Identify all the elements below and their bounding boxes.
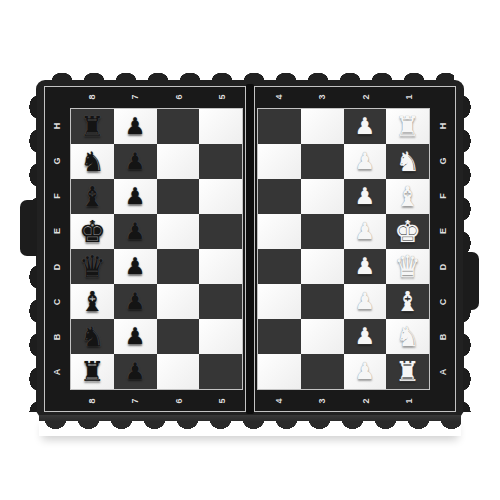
square-g5[interactable]: [199, 144, 242, 179]
square-h2[interactable]: ♟: [344, 109, 387, 144]
square-b3[interactable]: [301, 319, 344, 354]
square-c3[interactable]: [301, 284, 344, 319]
square-e4[interactable]: [258, 214, 301, 249]
piece-white-pawn[interactable]: ♟: [355, 185, 376, 208]
file-label-d: D: [52, 263, 62, 270]
file-label-e: E: [438, 228, 448, 234]
square-a5[interactable]: [199, 354, 242, 389]
rank-labels-bottom-left: 8765: [70, 391, 243, 411]
file-label-h: H: [52, 122, 62, 129]
square-h7[interactable]: ♟: [114, 109, 157, 144]
file-label-a: A: [438, 369, 448, 376]
square-g8[interactable]: ♞: [71, 144, 114, 179]
file-label-b: B: [438, 334, 448, 341]
file-label-h: H: [438, 122, 448, 129]
file-label-d: D: [438, 263, 448, 270]
product-photo-background: { "game": "chess", "product": "folding m…: [0, 0, 500, 500]
square-f2[interactable]: ♟: [344, 179, 387, 214]
square-b6[interactable]: [157, 319, 200, 354]
square-g3[interactable]: [301, 144, 344, 179]
file-label-g: G: [52, 157, 62, 164]
square-d4[interactable]: [258, 249, 301, 284]
piece-black-knight[interactable]: ♞: [80, 323, 104, 350]
square-g4[interactable]: [258, 144, 301, 179]
rank-label-2: 2: [360, 94, 370, 99]
rank-labels-top-left: 8765: [70, 87, 243, 107]
square-h4[interactable]: [258, 109, 301, 144]
square-e1[interactable]: ♚: [386, 214, 429, 249]
square-a3[interactable]: [301, 354, 344, 389]
piece-white-pawn[interactable]: ♟: [355, 325, 376, 348]
piece-black-pawn[interactable]: ♟: [125, 290, 146, 313]
piece-white-king[interactable]: ♚: [394, 217, 421, 247]
piece-white-pawn[interactable]: ♟: [355, 115, 376, 138]
piece-black-king[interactable]: ♚: [79, 217, 106, 247]
piece-white-pawn[interactable]: ♟: [355, 150, 376, 173]
rank-label-8: 8: [87, 398, 97, 403]
file-label-f: F: [52, 193, 62, 199]
rank-label-5: 5: [216, 398, 226, 403]
piece-white-knight[interactable]: ♞: [396, 148, 420, 175]
square-g7[interactable]: ♟: [114, 144, 157, 179]
squares-grid-left: ♜♟♞♟♝♟♚♟♛♟♝♟♞♟♜♟: [70, 108, 243, 390]
square-c6[interactable]: [157, 284, 200, 319]
rank-label-6: 6: [173, 94, 183, 99]
piece-black-pawn[interactable]: ♟: [125, 325, 146, 348]
piece-black-bishop[interactable]: ♝: [80, 288, 104, 315]
file-label-g: G: [438, 157, 448, 164]
square-h8[interactable]: ♜: [71, 109, 114, 144]
piece-black-pawn[interactable]: ♟: [125, 185, 146, 208]
file-label-c: C: [438, 299, 448, 306]
piece-white-pawn[interactable]: ♟: [355, 360, 376, 383]
piece-white-bishop[interactable]: ♝: [396, 288, 420, 315]
piece-white-pawn[interactable]: ♟: [355, 220, 376, 243]
file-labels-right: HGFEDCBA: [431, 108, 455, 390]
rank-label-1: 1: [403, 94, 413, 99]
square-f1[interactable]: ♝: [386, 179, 429, 214]
square-d6[interactable]: [157, 249, 200, 284]
piece-black-knight[interactable]: ♞: [80, 148, 104, 175]
piece-black-pawn[interactable]: ♟: [125, 220, 146, 243]
scalloped-edge-right: [463, 90, 474, 412]
square-e5[interactable]: [199, 214, 242, 249]
square-a6[interactable]: [157, 354, 200, 389]
square-e7[interactable]: ♟: [114, 214, 157, 249]
rank-label-3: 3: [317, 94, 327, 99]
square-d7[interactable]: ♟: [114, 249, 157, 284]
clasp-right: [463, 252, 479, 310]
square-a7[interactable]: ♟: [114, 354, 157, 389]
rank-label-4: 4: [274, 398, 284, 403]
square-f6[interactable]: [157, 179, 200, 214]
piece-black-queen[interactable]: ♛: [79, 252, 106, 282]
square-c2[interactable]: ♟: [344, 284, 387, 319]
piece-white-queen[interactable]: ♛: [394, 252, 421, 282]
rank-label-3: 3: [317, 398, 327, 403]
rank-label-4: 4: [274, 94, 284, 99]
square-e3[interactable]: [301, 214, 344, 249]
square-e2[interactable]: ♟: [344, 214, 387, 249]
square-f5[interactable]: [199, 179, 242, 214]
board-right-half: 4321 HGFEDCBA ♟♜♟♞♟♝♟♚♟♛♟♝♟♞♟♜ 4321: [254, 86, 456, 412]
square-b8[interactable]: ♞: [71, 319, 114, 354]
board-left-half: 8765 HGFEDCBA ♜♟♞♟♝♟♚♟♛♟♝♟♞♟♜♟ 8765: [44, 86, 246, 412]
square-f7[interactable]: ♟: [114, 179, 157, 214]
square-b7[interactable]: ♟: [114, 319, 157, 354]
square-f3[interactable]: [301, 179, 344, 214]
piece-white-knight[interactable]: ♞: [396, 323, 420, 350]
clasp-left: [20, 200, 37, 256]
piece-black-pawn[interactable]: ♟: [125, 150, 146, 173]
square-a4[interactable]: [258, 354, 301, 389]
square-d5[interactable]: [199, 249, 242, 284]
square-c8[interactable]: ♝: [71, 284, 114, 319]
piece-black-rook[interactable]: ♜: [80, 358, 104, 385]
rank-label-6: 6: [173, 398, 183, 403]
piece-black-pawn[interactable]: ♟: [125, 255, 146, 278]
fold-seam: [246, 84, 254, 414]
square-c4[interactable]: [258, 284, 301, 319]
chess-case: 8765 HGFEDCBA ♜♟♞♟♝♟♚♟♛♟♝♟♞♟♜♟ 8765 4321…: [36, 80, 464, 418]
piece-white-bishop[interactable]: ♝: [396, 183, 420, 210]
square-b4[interactable]: [258, 319, 301, 354]
piece-black-pawn[interactable]: ♟: [125, 115, 146, 138]
square-d1[interactable]: ♛: [386, 249, 429, 284]
square-f4[interactable]: [258, 179, 301, 214]
square-a2[interactable]: ♟: [344, 354, 387, 389]
square-a8[interactable]: ♜: [71, 354, 114, 389]
square-c7[interactable]: ♟: [114, 284, 157, 319]
piece-black-rook[interactable]: ♜: [80, 113, 104, 140]
square-h6[interactable]: [157, 109, 200, 144]
file-label-a: A: [52, 369, 62, 376]
piece-white-rook[interactable]: ♜: [396, 358, 420, 385]
square-g6[interactable]: [157, 144, 200, 179]
file-label-b: B: [52, 334, 62, 341]
square-g1[interactable]: ♞: [386, 144, 429, 179]
square-c5[interactable]: [199, 284, 242, 319]
square-d3[interactable]: [301, 249, 344, 284]
file-label-c: C: [52, 299, 62, 306]
square-a1[interactable]: ♜: [386, 354, 429, 389]
square-b2[interactable]: ♟: [344, 319, 387, 354]
square-g2[interactable]: ♟: [344, 144, 387, 179]
piece-white-rook[interactable]: ♜: [396, 113, 420, 140]
square-e6[interactable]: [157, 214, 200, 249]
square-h1[interactable]: ♜: [386, 109, 429, 144]
square-e8[interactable]: ♚: [71, 214, 114, 249]
square-b1[interactable]: ♞: [386, 319, 429, 354]
piece-white-pawn[interactable]: ♟: [355, 290, 376, 313]
case-side-wall: [39, 415, 461, 436]
piece-black-bishop[interactable]: ♝: [80, 183, 104, 210]
square-f8[interactable]: ♝: [71, 179, 114, 214]
rank-label-2: 2: [360, 398, 370, 403]
square-h3[interactable]: [301, 109, 344, 144]
file-label-e: E: [52, 228, 62, 234]
rank-label-1: 1: [403, 398, 413, 403]
rank-labels-top-right: 4321: [257, 87, 430, 107]
square-b5[interactable]: [199, 319, 242, 354]
piece-white-pawn[interactable]: ♟: [355, 255, 376, 278]
rank-labels-bottom-right: 4321: [257, 391, 430, 411]
square-d8[interactable]: ♛: [71, 249, 114, 284]
square-d2[interactable]: ♟: [344, 249, 387, 284]
rank-label-5: 5: [216, 94, 226, 99]
file-label-f: F: [438, 193, 448, 199]
square-h5[interactable]: [199, 109, 242, 144]
piece-black-pawn[interactable]: ♟: [125, 360, 146, 383]
rank-label-8: 8: [87, 94, 97, 99]
rank-label-7: 7: [130, 398, 140, 403]
scalloped-edge-top: [46, 69, 454, 81]
squares-grid-right: ♟♜♟♞♟♝♟♚♟♛♟♝♟♞♟♜: [257, 108, 430, 390]
rank-label-7: 7: [130, 94, 140, 99]
square-c1[interactable]: ♝: [386, 284, 429, 319]
file-labels-left: HGFEDCBA: [45, 108, 69, 390]
